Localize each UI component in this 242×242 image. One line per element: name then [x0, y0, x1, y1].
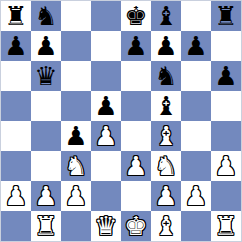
square-a8[interactable]: ♜: [1, 1, 31, 31]
square-b4[interactable]: [31, 121, 61, 151]
white-pawn: ♟: [154, 181, 177, 211]
square-d5[interactable]: ♟: [91, 91, 121, 121]
white-pawn: ♟: [64, 181, 87, 211]
black-king: ♚: [124, 1, 147, 31]
white-bishop: ♝: [154, 121, 177, 151]
square-a5[interactable]: [1, 91, 31, 121]
white-knight: ♞: [154, 151, 177, 181]
square-a4[interactable]: [1, 121, 31, 151]
square-h1[interactable]: ♜: [211, 211, 241, 241]
square-d1[interactable]: ♛: [91, 211, 121, 241]
square-f3[interactable]: ♞: [151, 151, 181, 181]
square-h6[interactable]: ♟: [211, 61, 241, 91]
black-rook: ♜: [214, 1, 237, 31]
square-e5[interactable]: [121, 91, 151, 121]
square-b2[interactable]: ♟: [31, 181, 61, 211]
white-queen: ♛: [94, 211, 117, 241]
square-g2[interactable]: ♟: [181, 181, 211, 211]
square-g4[interactable]: [181, 121, 211, 151]
square-c3[interactable]: ♞: [61, 151, 91, 181]
square-h7[interactable]: [211, 31, 241, 61]
square-g5[interactable]: [181, 91, 211, 121]
square-c7[interactable]: [61, 31, 91, 61]
square-c6[interactable]: [61, 61, 91, 91]
black-knight: ♞: [34, 1, 57, 31]
white-pawn: ♟: [214, 151, 237, 181]
white-rook: ♜: [34, 211, 57, 241]
square-b3[interactable]: [31, 151, 61, 181]
black-pawn: ♟: [124, 31, 147, 61]
black-pawn: ♟: [214, 61, 237, 91]
square-h4[interactable]: [211, 121, 241, 151]
black-queen: ♛: [34, 61, 57, 91]
white-pawn: ♟: [184, 181, 207, 211]
square-b8[interactable]: ♞: [31, 1, 61, 31]
square-c8[interactable]: [61, 1, 91, 31]
black-pawn: ♟: [34, 31, 57, 61]
black-pawn: ♟: [94, 91, 117, 121]
square-a1[interactable]: [1, 211, 31, 241]
square-g8[interactable]: [181, 1, 211, 31]
white-pawn: ♟: [94, 121, 117, 151]
square-b5[interactable]: [31, 91, 61, 121]
square-a6[interactable]: [1, 61, 31, 91]
square-d3[interactable]: [91, 151, 121, 181]
square-e6[interactable]: [121, 61, 151, 91]
black-pawn: ♟: [184, 31, 207, 61]
black-bishop: ♝: [154, 91, 177, 121]
white-pawn: ♟: [4, 181, 27, 211]
square-g7[interactable]: ♟: [181, 31, 211, 61]
square-f4[interactable]: ♝: [151, 121, 181, 151]
square-e4[interactable]: [121, 121, 151, 151]
square-e7[interactable]: ♟: [121, 31, 151, 61]
square-b6[interactable]: ♛: [31, 61, 61, 91]
square-h8[interactable]: ♜: [211, 1, 241, 31]
square-h2[interactable]: [211, 181, 241, 211]
square-c1[interactable]: [61, 211, 91, 241]
square-g1[interactable]: [181, 211, 211, 241]
square-f8[interactable]: ♝: [151, 1, 181, 31]
square-e2[interactable]: [121, 181, 151, 211]
square-b1[interactable]: ♜: [31, 211, 61, 241]
chess-board: ♜♞♚♝♜♟♟♟♟♟♛♞♟♟♝♟♟♝♞♟♞♟♟♟♟♟♟♜♛♚♝♜: [0, 0, 242, 242]
square-f5[interactable]: ♝: [151, 91, 181, 121]
square-g6[interactable]: [181, 61, 211, 91]
square-d2[interactable]: [91, 181, 121, 211]
square-f6[interactable]: ♞: [151, 61, 181, 91]
white-rook: ♜: [214, 211, 237, 241]
white-pawn: ♟: [34, 181, 57, 211]
square-a7[interactable]: ♟: [1, 31, 31, 61]
square-h3[interactable]: ♟: [211, 151, 241, 181]
black-knight: ♞: [154, 61, 177, 91]
square-e3[interactable]: ♟: [121, 151, 151, 181]
white-knight: ♞: [64, 151, 87, 181]
square-d8[interactable]: [91, 1, 121, 31]
square-f1[interactable]: ♝: [151, 211, 181, 241]
square-d4[interactable]: ♟: [91, 121, 121, 151]
black-rook: ♜: [4, 1, 27, 31]
square-c5[interactable]: [61, 91, 91, 121]
white-king: ♚: [124, 211, 147, 241]
square-d7[interactable]: [91, 31, 121, 61]
square-e1[interactable]: ♚: [121, 211, 151, 241]
square-a3[interactable]: [1, 151, 31, 181]
black-bishop: ♝: [154, 1, 177, 31]
square-b7[interactable]: ♟: [31, 31, 61, 61]
square-a2[interactable]: ♟: [1, 181, 31, 211]
square-e8[interactable]: ♚: [121, 1, 151, 31]
black-pawn: ♟: [154, 31, 177, 61]
square-c2[interactable]: ♟: [61, 181, 91, 211]
square-c4[interactable]: ♟: [61, 121, 91, 151]
white-pawn: ♟: [124, 151, 147, 181]
white-bishop: ♝: [154, 211, 177, 241]
black-pawn: ♟: [4, 31, 27, 61]
square-g3[interactable]: [181, 151, 211, 181]
square-f2[interactable]: ♟: [151, 181, 181, 211]
black-pawn: ♟: [64, 121, 87, 151]
square-h5[interactable]: [211, 91, 241, 121]
square-d6[interactable]: [91, 61, 121, 91]
square-f7[interactable]: ♟: [151, 31, 181, 61]
